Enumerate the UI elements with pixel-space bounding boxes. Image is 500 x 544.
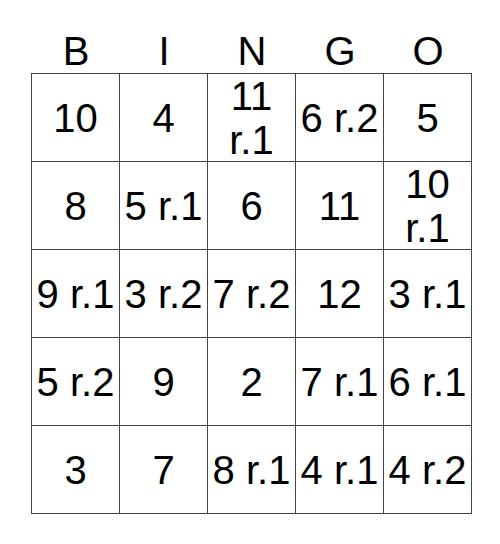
cell-r5c4[interactable]: 4 r.1 <box>296 426 384 514</box>
cell-r3c3[interactable]: 7 r.2 <box>208 250 296 338</box>
cell-r1c5[interactable]: 5 <box>384 74 472 162</box>
header-letter-n: N <box>208 31 296 73</box>
bingo-card: B I N G O 10 4 11 r.1 6 r.2 5 8 5 r.1 6 … <box>31 18 472 514</box>
cell-r5c3[interactable]: 8 r.1 <box>208 426 296 514</box>
cell-r3c4[interactable]: 12 <box>296 250 384 338</box>
cell-r2c4[interactable]: 11 <box>296 162 384 250</box>
cell-r4c3[interactable]: 2 <box>208 338 296 426</box>
bingo-header: B I N G O <box>31 18 472 73</box>
cell-r2c2[interactable]: 5 r.1 <box>120 162 208 250</box>
cell-r1c4[interactable]: 6 r.2 <box>296 74 384 162</box>
cell-r3c5[interactable]: 3 r.1 <box>384 250 472 338</box>
cell-r4c1[interactable]: 5 r.2 <box>32 338 120 426</box>
cell-r2c1[interactable]: 8 <box>32 162 120 250</box>
cell-r5c5[interactable]: 4 r.2 <box>384 426 472 514</box>
bingo-grid: 10 4 11 r.1 6 r.2 5 8 5 r.1 6 11 10 r.1 … <box>31 73 472 514</box>
header-letter-i: I <box>120 31 208 73</box>
header-letter-o: O <box>384 31 472 73</box>
cell-r1c1[interactable]: 10 <box>32 74 120 162</box>
cell-r5c2[interactable]: 7 <box>120 426 208 514</box>
cell-r1c3[interactable]: 11 r.1 <box>208 74 296 162</box>
cell-r4c5[interactable]: 6 r.1 <box>384 338 472 426</box>
cell-r5c1[interactable]: 3 <box>32 426 120 514</box>
cell-r2c3[interactable]: 6 <box>208 162 296 250</box>
cell-r3c1[interactable]: 9 r.1 <box>32 250 120 338</box>
cell-r3c2[interactable]: 3 r.2 <box>120 250 208 338</box>
header-letter-g: G <box>296 31 384 73</box>
cell-r2c5[interactable]: 10 r.1 <box>384 162 472 250</box>
header-letter-b: B <box>32 31 120 73</box>
cell-r1c2[interactable]: 4 <box>120 74 208 162</box>
cell-r4c2[interactable]: 9 <box>120 338 208 426</box>
cell-r4c4[interactable]: 7 r.1 <box>296 338 384 426</box>
